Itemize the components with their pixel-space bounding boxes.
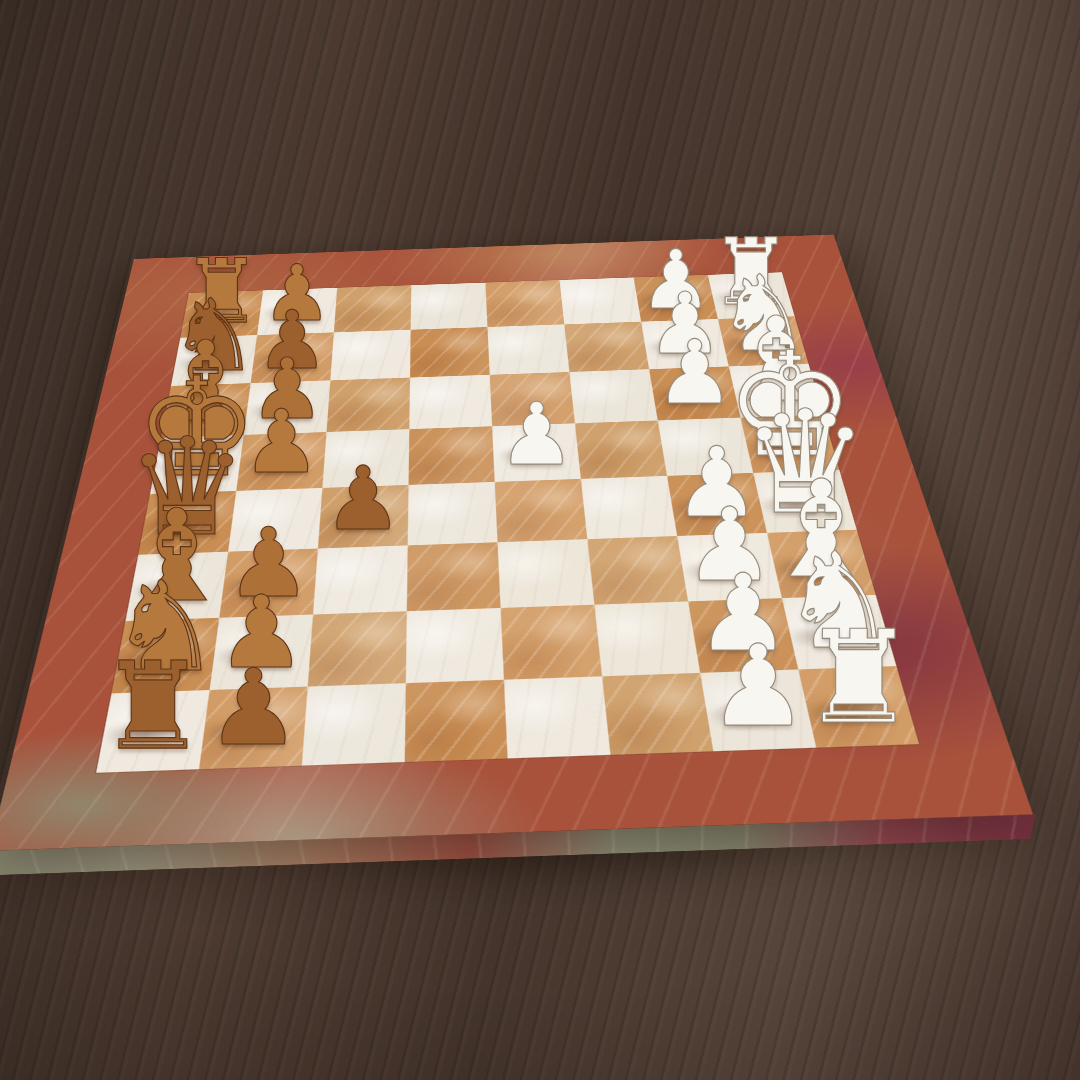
board-front-edge (0, 814, 1036, 875)
square-g3[interactable] (564, 322, 649, 372)
white-pawn-f2[interactable]: ♟ (655, 329, 734, 418)
square-b5[interactable] (406, 608, 504, 683)
square-c4[interactable] (498, 539, 595, 608)
white-rook-a1[interactable]: ♜ (801, 614, 916, 743)
square-a6[interactable] (302, 683, 406, 765)
square-e5[interactable] (409, 426, 495, 485)
square-e3[interactable] (575, 420, 667, 478)
square-g4[interactable] (487, 324, 569, 374)
square-b3[interactable] (594, 601, 700, 676)
square-h4[interactable] (485, 280, 564, 327)
white-pawn-a2[interactable]: ♟ (708, 632, 809, 744)
square-g6[interactable] (330, 330, 410, 381)
brown-rook-a8[interactable]: ♜ (99, 646, 207, 767)
square-a4[interactable] (504, 676, 611, 758)
square-a3[interactable] (602, 673, 713, 755)
square-d5[interactable] (408, 482, 498, 545)
square-f6[interactable] (327, 378, 411, 432)
table-surface: ♜♞♝♛♚♝♞♜♟♟♟♟♟♟♟♟♟♟♟♟♟♟♟♟♜♞♝♛♚♝♞♜ (0, 0, 1080, 1080)
square-b6[interactable] (308, 611, 407, 686)
square-d4[interactable] (495, 479, 588, 542)
square-h5[interactable] (411, 283, 488, 330)
square-h3[interactable] (560, 277, 642, 324)
square-c3[interactable] (587, 536, 688, 605)
white-pawn-e4[interactable]: ♟ (498, 392, 575, 478)
square-c6[interactable] (313, 545, 408, 614)
square-f5[interactable] (409, 375, 492, 429)
square-g5[interactable] (410, 327, 490, 378)
brown-pawn-d6[interactable]: ♟ (324, 455, 403, 543)
square-a5[interactable] (405, 680, 508, 762)
square-c5[interactable] (407, 542, 501, 611)
square-b4[interactable] (501, 605, 602, 680)
brown-pawn-a7[interactable]: ♟ (206, 655, 300, 760)
square-d3[interactable] (581, 476, 677, 539)
square-h6[interactable] (334, 285, 411, 332)
square-f3[interactable] (569, 369, 657, 423)
